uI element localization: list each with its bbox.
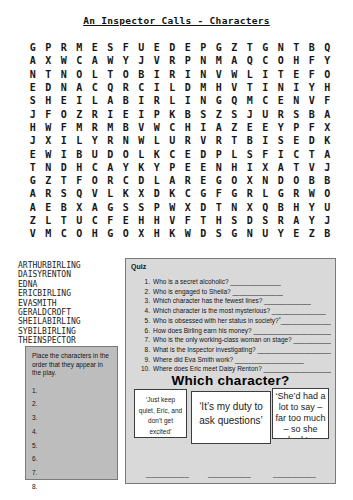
order-slots: 1.2.3.4.5.6.7.8.	[32, 387, 111, 497]
grid-cell: S	[242, 147, 258, 160]
grid-cell: I	[289, 81, 305, 94]
grid-cell: Z	[25, 214, 41, 227]
grid-cell: R	[118, 81, 134, 94]
grid-cell: I	[273, 147, 289, 160]
grid-cell: V	[25, 227, 41, 240]
grid-cell: L	[41, 214, 57, 227]
word-list-item: EDNA	[18, 280, 81, 289]
grid-cell: I	[196, 121, 212, 134]
grid-cell: H	[41, 94, 57, 107]
grid-cell: Z	[41, 174, 57, 187]
grid-cell: L	[149, 174, 165, 187]
grid-cell: T	[103, 68, 119, 81]
grid-cell: G	[103, 227, 119, 240]
grid-cell: C	[165, 147, 181, 160]
grid-cell: S	[134, 201, 150, 214]
grid-cell: D	[103, 147, 119, 160]
grid-cell: D	[149, 187, 165, 200]
grid-cell: T	[273, 68, 289, 81]
grid-cell: R	[242, 187, 258, 200]
grid-cell: E	[273, 94, 289, 107]
quiz-question: 5.Who is obsessed with her status in soc…	[138, 316, 331, 326]
grid-cell: T	[289, 161, 305, 174]
grid-cell: S	[227, 214, 243, 227]
grid-cell: S	[56, 187, 72, 200]
grid-cell: S	[118, 201, 134, 214]
grid-cell: E	[289, 68, 305, 81]
grid-cell: L	[72, 134, 88, 147]
grid-cell: R	[103, 134, 119, 147]
grid-cell: Q	[72, 187, 88, 200]
grid-cell: S	[258, 214, 274, 227]
grid-cell: F	[118, 41, 134, 54]
grid-cell: E	[289, 227, 305, 240]
grid-cell: H	[320, 81, 336, 94]
grid-cell: A	[72, 81, 88, 94]
grid-cell: O	[273, 54, 289, 67]
grid-cell: T	[211, 201, 227, 214]
worksheet-page: An Inspector Calls - Characters GPRMESFU…	[0, 0, 353, 500]
answer-blank-3: ___________	[273, 470, 316, 477]
grid-cell: K	[118, 187, 134, 200]
grid-cell: P	[149, 201, 165, 214]
quiz-question: 8.What is the Inspector investigating? _…	[138, 345, 331, 355]
grid-cell: N	[273, 81, 289, 94]
grid-cell: C	[72, 54, 88, 67]
grid-cell: W	[103, 54, 119, 67]
grid-cell: N	[56, 68, 72, 81]
grid-cell: H	[72, 161, 88, 174]
grid-cell: C	[87, 214, 103, 227]
grid-cell: O	[320, 187, 336, 200]
quiz-label: Quiz	[131, 263, 146, 270]
grid-cell: R	[273, 107, 289, 120]
grid-cell: A	[103, 94, 119, 107]
grid-cell: L	[227, 147, 243, 160]
grid-cell: V	[149, 54, 165, 67]
grid-cell: Q	[227, 94, 243, 107]
grid-cell: H	[149, 214, 165, 227]
grid-cell: A	[211, 121, 227, 134]
grid-cell: F	[56, 121, 72, 134]
grid-cell: O	[227, 174, 243, 187]
grid-cell: Q	[103, 81, 119, 94]
grid-cell: Y	[304, 214, 320, 227]
quiz-question: 2.Who is engaged to Sheila? ____________…	[138, 287, 331, 297]
grid-cell: F	[304, 121, 320, 134]
grid-cell: D	[134, 174, 150, 187]
order-slot: 8.	[32, 483, 111, 497]
grid-cell: P	[149, 107, 165, 120]
grid-cell: N	[258, 174, 274, 187]
grid-cell: R	[87, 121, 103, 134]
grid-cell: L	[103, 187, 119, 200]
grid-cell: H	[87, 227, 103, 240]
grid-cell: T	[25, 161, 41, 174]
grid-cell: N	[242, 227, 258, 240]
grid-cell: I	[72, 94, 88, 107]
grid-cell: H	[25, 121, 41, 134]
grid-cell: F	[320, 94, 336, 107]
grid-cell: A	[273, 161, 289, 174]
grid-cell: U	[320, 201, 336, 214]
grid-cell: J	[25, 107, 41, 120]
grid-cell: B	[180, 107, 196, 120]
quiz-question: 3.Which character has the fewest lines? …	[138, 296, 331, 306]
grid-cell: K	[320, 134, 336, 147]
grid-cell: E	[196, 161, 212, 174]
grid-cell: V	[196, 134, 212, 147]
grid-cell: C	[134, 81, 150, 94]
grid-cell: R	[180, 174, 196, 187]
grid-cell: T	[41, 68, 57, 81]
grid-cell: L	[87, 94, 103, 107]
grid-cell: X	[41, 134, 57, 147]
question-number: 6.	[138, 326, 150, 336]
grid-cell: B	[118, 94, 134, 107]
grid-cell: H	[211, 81, 227, 94]
question-text: How does Birling earn his money? _______…	[153, 326, 331, 336]
grid-cell: Y	[118, 54, 134, 67]
grid-cell: I	[180, 68, 196, 81]
grid-cell: E	[180, 41, 196, 54]
grid-cell: I	[180, 94, 196, 107]
grid-cell: N	[196, 94, 212, 107]
grid-cell: Y	[320, 54, 336, 67]
grid-cell: Q	[242, 54, 258, 67]
grid-cell: I	[134, 107, 150, 120]
grid-cell: M	[72, 121, 88, 134]
grid-cell: Q	[320, 41, 336, 54]
word-list-item: SHEILABIRLING	[18, 317, 81, 326]
grid-cell: P	[41, 41, 57, 54]
grid-cell: C	[180, 187, 196, 200]
grid-cell: V	[304, 161, 320, 174]
grid-cell: X	[134, 187, 150, 200]
grid-cell: C	[56, 227, 72, 240]
grid-cell: N	[273, 41, 289, 54]
grid-cell: K	[134, 161, 150, 174]
grid-cell: I	[258, 68, 274, 81]
grid-cell: H	[227, 161, 243, 174]
grid-cell: N	[211, 161, 227, 174]
grid-cell: O	[118, 147, 134, 160]
word-list-item: ARTHURBIRLING	[18, 261, 81, 270]
grid-cell: P	[180, 54, 196, 67]
question-text: What is the Inspector investigating? ___…	[153, 345, 331, 355]
grid-cell: A	[25, 54, 41, 67]
grid-cell: E	[87, 41, 103, 54]
grid-cell: W	[41, 121, 57, 134]
grid-cell: O	[56, 107, 72, 120]
question-number: 1.	[138, 277, 150, 287]
quiz-question: 7.Who is the only working-class woman on…	[138, 335, 331, 345]
quiz-question: 1.Who is a secret alcoholic? ___________…	[138, 277, 331, 287]
grid-cell: T	[242, 81, 258, 94]
word-list-item: ERICBIRLING	[18, 289, 81, 298]
grid-cell: O	[118, 68, 134, 81]
worksheet-title: An Inspector Calls - Characters	[0, 15, 353, 26]
grid-cell: W	[165, 201, 181, 214]
grid-cell: I	[56, 147, 72, 160]
grid-cell: K	[149, 147, 165, 160]
grid-cell: F	[180, 214, 196, 227]
grid-cell: G	[25, 41, 41, 54]
grid-cell: J	[320, 214, 336, 227]
grid-cell: H	[289, 54, 305, 67]
quote-card-2: ‘It’s my duty to ask questions’	[191, 391, 271, 444]
quiz-question-list: 1.Who is a secret alcoholic? ___________…	[138, 277, 331, 374]
grid-cell: S	[227, 107, 243, 120]
grid-cell: U	[165, 134, 181, 147]
grid-cell: B	[320, 174, 336, 187]
question-text: Which character is the most mysterious? …	[153, 306, 326, 316]
question-text: Who is engaged to Sheila? ______________	[153, 287, 283, 297]
grid-cell: X	[134, 227, 150, 240]
question-text: Where did Eva Smith work? ______________…	[153, 355, 304, 365]
grid-cell: N	[196, 68, 212, 81]
order-slot: 1.	[32, 387, 111, 401]
grid-cell: L	[165, 94, 181, 107]
question-text: Who is the only working-class woman on s…	[153, 335, 331, 345]
grid-cell: N	[118, 134, 134, 147]
word-list-item: THEINSPECTOR	[18, 336, 81, 345]
grid-cell: S	[211, 227, 227, 240]
grid-cell: A	[227, 54, 243, 67]
grid-cell: L	[165, 81, 181, 94]
grid-cell: G	[211, 174, 227, 187]
grid-cell: W	[227, 68, 243, 81]
grid-cell: T	[242, 41, 258, 54]
grid-cell: J	[320, 161, 336, 174]
grid-cell: H	[211, 214, 227, 227]
grid-cell: C	[87, 161, 103, 174]
grid-cell: Y	[304, 81, 320, 94]
grid-cell: B	[304, 41, 320, 54]
grid-cell: S	[196, 107, 212, 120]
grid-cell: R	[180, 134, 196, 147]
grid-cell: X	[41, 54, 57, 67]
grid-cell: I	[258, 81, 274, 94]
grid-cell: H	[149, 227, 165, 240]
question-number: 4.	[138, 306, 150, 316]
grid-cell: F	[103, 214, 119, 227]
grid-cell: N	[289, 94, 305, 107]
grid-cell: V	[134, 121, 150, 134]
grid-cell: B	[134, 68, 150, 81]
grid-cell: E	[258, 121, 274, 134]
grid-cell: F	[304, 68, 320, 81]
which-character-heading: Which character?	[126, 373, 335, 388]
answer-blank-1: ___________	[146, 470, 189, 477]
grid-cell: X	[72, 201, 88, 214]
grid-cell: M	[242, 94, 258, 107]
grid-cell: M	[211, 54, 227, 67]
grid-cell: T	[304, 147, 320, 160]
grid-cell: W	[149, 121, 165, 134]
grid-cell: D	[196, 201, 212, 214]
grid-cell: D	[196, 227, 212, 240]
grid-cell: B	[242, 134, 258, 147]
grid-cell: E	[41, 201, 57, 214]
grid-cell: G	[227, 227, 243, 240]
quiz-box: Quiz 1.Who is a secret alcoholic? ______…	[125, 258, 336, 484]
grid-cell: N	[41, 161, 57, 174]
grid-cell: I	[258, 134, 274, 147]
grid-cell: K	[165, 187, 181, 200]
grid-cell: P	[289, 121, 305, 134]
grid-cell: P	[211, 147, 227, 160]
grid-cell: R	[211, 134, 227, 147]
grid-cell: R	[103, 174, 119, 187]
grid-cell: E	[242, 121, 258, 134]
grid-cell: J	[242, 107, 258, 120]
grid-cell: O	[72, 227, 88, 240]
grid-cell: M	[41, 227, 57, 240]
grid-cell: Z	[304, 227, 320, 240]
grid-cell: Z	[72, 107, 88, 120]
order-slot: 6.	[32, 455, 111, 469]
grid-cell: U	[258, 107, 274, 120]
grid-cell: Y	[87, 134, 103, 147]
word-list-item: EVASMITH	[18, 299, 81, 308]
order-slot: 4.	[32, 428, 111, 442]
grid-cell: V	[304, 94, 320, 107]
grid-cell: T	[56, 214, 72, 227]
grid-cell: D	[56, 161, 72, 174]
grid-cell: L	[149, 134, 165, 147]
grid-cell: U	[87, 147, 103, 160]
grid-cell: X	[320, 121, 336, 134]
grid-cell: O	[289, 174, 305, 187]
grid-cell: F	[72, 174, 88, 187]
grid-cell: A	[165, 174, 181, 187]
grid-cell: E	[56, 94, 72, 107]
grid-cell: R	[273, 214, 289, 227]
grid-cell: E	[180, 147, 196, 160]
grid-cell: L	[134, 147, 150, 160]
grid-cell: H	[289, 201, 305, 214]
grid-cell: I	[56, 134, 72, 147]
grid-cell: N	[56, 81, 72, 94]
grid-cell: A	[87, 201, 103, 214]
order-instruction: Place the characters in the order that t…	[32, 352, 111, 378]
grid-cell: D	[165, 41, 181, 54]
grid-cell: S	[25, 94, 41, 107]
word-list-item: DAISYRENTON	[18, 270, 81, 279]
grid-cell: T	[56, 174, 72, 187]
grid-cell: A	[87, 54, 103, 67]
grid-cell: S	[273, 134, 289, 147]
question-number: 8.	[138, 345, 150, 355]
grid-cell: C	[258, 54, 274, 67]
grid-cell: Q	[258, 201, 274, 214]
grid-cell: Z	[211, 107, 227, 120]
grid-cell: U	[258, 227, 274, 240]
question-number: 3.	[138, 296, 150, 306]
grid-cell: R	[56, 41, 72, 54]
grid-cell: H	[180, 121, 196, 134]
grid-cell: V	[165, 214, 181, 227]
word-list-item: SYBILBIRLING	[18, 327, 81, 336]
grid-cell: J	[134, 54, 150, 67]
grid-cell: E	[118, 107, 134, 120]
grid-cell: Y	[304, 201, 320, 214]
grid-cell: C	[165, 121, 181, 134]
quote-card-3: ‘She’d had a lot to say – far too much –…	[272, 388, 329, 439]
word-list-item: GERALDCROFT	[18, 308, 81, 317]
grid-cell: N	[25, 68, 41, 81]
grid-cell: C	[87, 81, 103, 94]
grid-cell: I	[134, 94, 150, 107]
grid-cell: H	[134, 214, 150, 227]
grid-cell: O	[320, 68, 336, 81]
quiz-question: 6.How does Birling earn his money? _____…	[138, 326, 331, 336]
order-slot: 2.	[32, 400, 111, 414]
grid-cell: M	[103, 121, 119, 134]
grid-cell: C	[289, 147, 305, 160]
grid-cell: U	[72, 214, 88, 227]
question-text: Which character has the fewest lines? __…	[153, 296, 311, 306]
question-text: Who is obsessed with her status in socie…	[153, 316, 331, 326]
grid-cell: F	[211, 187, 227, 200]
grid-cell: B	[304, 107, 320, 120]
grid-cell: P	[196, 41, 212, 54]
grid-cell: E	[149, 41, 165, 54]
grid-cell: D	[41, 81, 57, 94]
grid-cell: T	[227, 134, 243, 147]
grid-cell: A	[320, 147, 336, 160]
grid-cell: G	[25, 174, 41, 187]
grid-cell: M	[196, 81, 212, 94]
grid-cell: X	[242, 201, 258, 214]
grid-cell: N	[227, 201, 243, 214]
grid-cell: B	[304, 174, 320, 187]
grid-cell: C	[118, 174, 134, 187]
grid-cell: V	[87, 187, 103, 200]
grid-cell: M	[72, 41, 88, 54]
question-number: 9.	[138, 355, 150, 365]
grid-cell: T	[289, 41, 305, 54]
grid-cell: S	[103, 41, 119, 54]
grid-cell: G	[103, 201, 119, 214]
grid-cell: R	[289, 187, 305, 200]
grid-cell: F	[304, 54, 320, 67]
grid-cell: K	[165, 227, 181, 240]
grid-cell: O	[72, 68, 88, 81]
grid-cell: L	[87, 68, 103, 81]
grid-cell: J	[25, 134, 41, 147]
grid-cell: B	[320, 227, 336, 240]
grid-cell: Z	[227, 121, 243, 134]
grid-cell: W	[56, 54, 72, 67]
grid-cell: Y	[149, 161, 165, 174]
order-slot: 3.	[32, 414, 111, 428]
grid-cell: X	[180, 201, 196, 214]
grid-cell: I	[103, 107, 119, 120]
grid-cell: E	[25, 147, 41, 160]
grid-cell: D	[304, 134, 320, 147]
grid-cell: B	[72, 147, 88, 160]
grid-cell: L	[242, 68, 258, 81]
question-number: 7.	[138, 335, 150, 345]
quote-card-1: ‘Just keep quiet, Eric, and don’t get ex…	[134, 389, 187, 438]
grid-cell: Y	[273, 227, 289, 240]
grid-cell: U	[134, 41, 150, 54]
grid-cell: S	[289, 107, 305, 120]
grid-cell: G	[273, 187, 289, 200]
grid-cell: A	[289, 214, 305, 227]
